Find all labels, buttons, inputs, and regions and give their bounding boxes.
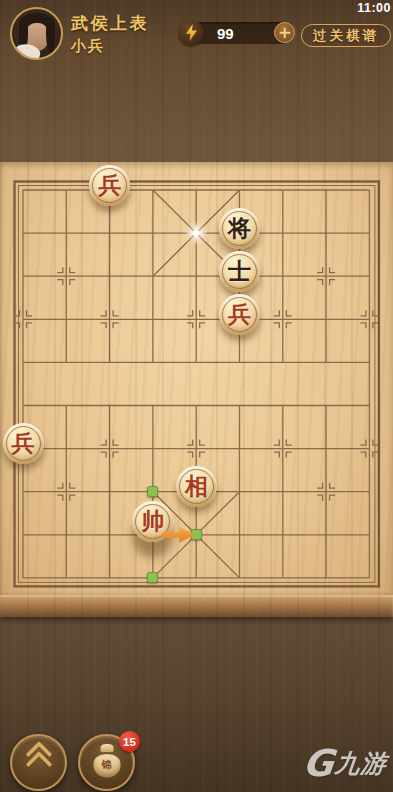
watermark-9game: G 九游: [303, 745, 387, 782]
money-bag-icon: [100, 744, 113, 752]
piece-glyph: 将: [219, 208, 260, 249]
piece-glyph: 士: [219, 251, 260, 292]
piece-glyph: 相: [176, 466, 217, 507]
reward-bag-button[interactable]: 锦 15: [78, 734, 135, 791]
collapse-menu-button[interactable]: [10, 734, 67, 791]
watermark-text: 九游: [333, 747, 388, 780]
xiangqi-board[interactable]: 兵将士兵兵相帅: [1, 169, 391, 600]
player-rank: 小兵: [71, 37, 104, 56]
energy-value: 99: [217, 25, 234, 42]
add-energy-button[interactable]: [274, 22, 295, 43]
sparkle-effect: [185, 222, 207, 244]
lightning-icon: [178, 20, 204, 46]
red-elephant[interactable]: 相: [176, 466, 217, 507]
move-hint-dot[interactable]: [147, 486, 158, 497]
piece-glyph: 兵: [89, 165, 130, 206]
avatar[interactable]: [10, 7, 63, 60]
puzzle-records-button[interactable]: 过关棋谱: [301, 24, 391, 47]
red-soldier[interactable]: 兵: [219, 294, 260, 335]
status-time: 11:00: [357, 1, 391, 15]
chevron-up-icon: [29, 753, 48, 773]
piece-glyph: 兵: [219, 294, 260, 335]
move-hint-dot[interactable]: [147, 572, 158, 583]
black-advisor[interactable]: 士: [219, 251, 260, 292]
red-soldier[interactable]: 兵: [3, 423, 44, 464]
notification-badge: 15: [119, 731, 140, 752]
red-soldier[interactable]: 兵: [89, 165, 130, 206]
black-general[interactable]: 将: [219, 208, 260, 249]
puzzle-title: 武侯上表: [71, 12, 149, 35]
piece-glyph: 兵: [3, 423, 44, 464]
app-screen: 兵将士兵兵相帅 11:00 武侯上表 小兵 99 过关棋谱 锦 15 G 九游: [0, 0, 393, 792]
9game-logo-icon: G: [301, 745, 335, 782]
